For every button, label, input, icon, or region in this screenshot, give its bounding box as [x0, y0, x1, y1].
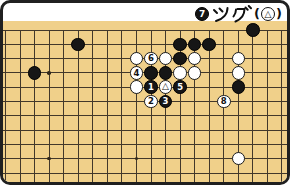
black-stone: 5: [173, 80, 187, 94]
triangle-marked-stone-legend: △: [261, 7, 275, 21]
white-stone: [188, 52, 202, 66]
black-stone: [144, 66, 158, 80]
triangle-marker: △: [162, 82, 169, 91]
white-stone: [232, 66, 246, 80]
white-stone: △: [159, 80, 173, 94]
black-stone: [232, 80, 246, 94]
black-stone: [28, 66, 42, 80]
white-stone: [159, 52, 173, 66]
black-stone: [173, 38, 187, 52]
white-stone: 8: [217, 95, 231, 109]
black-stone: [188, 38, 202, 52]
white-stone: [232, 152, 246, 166]
go-diagram-frame: 7 ( △ ) 641△5238: [0, 0, 290, 185]
white-stone: [232, 52, 246, 66]
star-point: [47, 71, 50, 74]
white-stone: 2: [144, 95, 158, 109]
go-board: 641△5238: [3, 21, 287, 182]
move-7-stone: 7: [195, 7, 209, 21]
black-stone: [246, 23, 260, 37]
open-paren: (: [254, 7, 260, 21]
white-stone: 6: [144, 52, 158, 66]
white-stone: 4: [130, 66, 144, 80]
white-stone: [188, 66, 202, 80]
white-stone: [173, 66, 187, 80]
black-stone: 3: [159, 95, 173, 109]
white-stone: [130, 52, 144, 66]
black-stone: [202, 38, 216, 52]
caption: 7 ( △ ): [195, 3, 287, 23]
black-stone: [173, 52, 187, 66]
star-point: [47, 157, 50, 160]
black-stone: 1: [144, 80, 158, 94]
white-stone: [130, 80, 144, 94]
star-point: [135, 157, 138, 160]
close-paren: ): [276, 7, 282, 21]
black-stone: [71, 38, 85, 52]
black-stone: [159, 66, 173, 80]
katakana-tsugu-text: [211, 5, 252, 23]
